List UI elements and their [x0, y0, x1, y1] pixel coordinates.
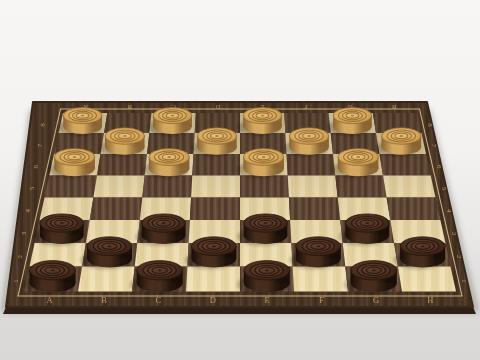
square-f1[interactable] [293, 267, 348, 292]
piece-center-dot [212, 245, 216, 247]
board-side-edge [3, 307, 476, 314]
file-label-bottom: H [427, 295, 433, 305]
photo-backdrop: AABBCCDDEEFFGGHH8877665544332211 [0, 0, 480, 360]
piece-center-dot [162, 222, 166, 224]
square-d5[interactable] [191, 176, 240, 198]
file-label-bottom: F [319, 295, 324, 305]
piece-center-dot [262, 156, 266, 158]
file-label-top: F [304, 104, 308, 111]
piece-center-dot [365, 222, 369, 224]
file-label-bottom: G [373, 295, 379, 305]
square-f6[interactable] [287, 154, 336, 176]
piece-center-dot [356, 156, 360, 158]
rank-label-left: 3 [20, 231, 27, 235]
piece-center-dot [400, 135, 404, 137]
square-g5[interactable] [335, 176, 386, 198]
file-label-bottom: B [101, 295, 107, 305]
rank-label-left: 8 [39, 123, 46, 127]
rank-label-right: 5 [441, 187, 448, 191]
square-b5[interactable] [93, 176, 144, 198]
square-h4[interactable] [387, 198, 441, 221]
rank-label-right: 7 [431, 144, 438, 148]
rank-label-left: 7 [36, 143, 43, 147]
file-label-top: D [215, 104, 220, 111]
rank-label-right: 1 [461, 279, 468, 282]
piece-center-dot [215, 135, 219, 137]
file-label-bottom: D [210, 295, 216, 305]
rank-label-left: 4 [24, 209, 31, 213]
rank-label-right: 8 [427, 123, 434, 127]
square-b4[interactable] [90, 198, 143, 221]
piece-center-dot [123, 135, 127, 137]
rank-label-right: 3 [451, 232, 458, 236]
piece-center-dot [73, 156, 77, 158]
square-f5[interactable] [288, 176, 338, 198]
square-c5[interactable] [142, 176, 192, 198]
rank-label-left: 2 [16, 255, 23, 259]
square-d4[interactable] [190, 198, 240, 221]
square-d1[interactable] [186, 267, 240, 292]
piece-center-dot [421, 245, 425, 247]
piece-center-dot [167, 156, 171, 158]
square-b6[interactable] [97, 154, 147, 176]
file-label-bottom: C [156, 295, 162, 305]
square-a5[interactable] [45, 176, 98, 198]
piece-center-dot [171, 115, 174, 117]
square-h5[interactable] [383, 176, 436, 198]
piece-center-dot [372, 269, 376, 271]
piece-center-dot [51, 269, 55, 271]
square-e5[interactable] [240, 176, 289, 198]
piece-center-dot [261, 115, 264, 117]
square-h6[interactable] [380, 154, 431, 176]
square-h1[interactable] [398, 267, 456, 292]
square-b1[interactable] [78, 267, 135, 292]
file-label-top: B [128, 104, 132, 111]
square-d6[interactable] [192, 154, 240, 176]
rank-label-right: 4 [446, 209, 453, 213]
file-label-bottom: E [265, 295, 270, 305]
piece-center-dot [60, 222, 64, 224]
piece-center-dot [81, 115, 84, 117]
piece-center-dot [158, 269, 162, 271]
piece-center-dot [351, 115, 354, 117]
rank-label-left: 5 [28, 186, 35, 190]
piece-center-dot [316, 245, 320, 247]
piece-center-dot [265, 269, 269, 271]
piece-center-dot [264, 222, 268, 224]
rank-label-right: 2 [456, 255, 463, 259]
file-label-bottom: A [47, 295, 54, 305]
piece-center-dot [108, 245, 112, 247]
rank-label-right: 6 [436, 165, 443, 169]
checkers-board-photo: AABBCCDDEEFFGGHH8877665544332211 [0, 0, 480, 360]
rank-label-left: 1 [12, 279, 19, 282]
piece-center-dot [307, 135, 311, 137]
rank-label-left: 6 [32, 165, 39, 169]
square-f4[interactable] [289, 198, 340, 221]
file-label-top: H [392, 104, 397, 111]
